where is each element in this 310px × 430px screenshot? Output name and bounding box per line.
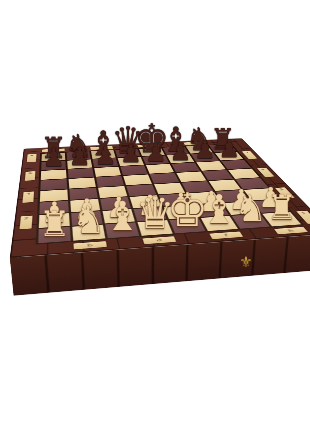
square-d4: [126, 184, 156, 196]
square-g3: [216, 190, 250, 202]
square-b3: [70, 199, 100, 212]
square-b4: [69, 188, 98, 200]
square-f4: [182, 181, 214, 192]
coord-plaque-5: [24, 181, 35, 191]
coord-plaque-4: 4: [22, 191, 34, 202]
coord-plaque-1: 1: [296, 211, 310, 224]
coord-plaque-f: f: [209, 231, 243, 239]
square-d5: [123, 174, 152, 185]
square-a1: [38, 227, 71, 243]
coord-plaque-3: [21, 203, 33, 215]
square-h2: [252, 200, 289, 213]
coord-plaque-6: [249, 159, 265, 168]
square-c2: [103, 209, 135, 223]
square-c1: [105, 222, 139, 238]
square-e2: [164, 205, 198, 219]
coord-plaque-7: [26, 162, 36, 171]
board-3d: aceg bdfh 8642 7531: [10, 138, 310, 258]
coord-plaque-b: b: [73, 241, 106, 249]
square-f1: [201, 216, 238, 231]
square-e5: [150, 173, 179, 184]
square-f2: [194, 203, 229, 217]
square-a2: [39, 213, 70, 228]
square-f5: [176, 171, 206, 181]
coord-plaque-g: [242, 229, 276, 237]
coord-plaque-c: [108, 239, 142, 247]
square-b5: [69, 178, 96, 189]
coord-plaque-5: 5: [257, 168, 274, 177]
coord-plaque-e: [176, 234, 210, 242]
coord-plaque-2: [285, 198, 306, 210]
square-b2: [71, 211, 102, 226]
coord-plaque-2: 2: [20, 216, 33, 230]
coord-plaque-3: 3: [275, 187, 295, 198]
coord-plaque-1: [18, 229, 32, 244]
board-grid: [38, 144, 301, 243]
coord-plaque-6: 6: [25, 171, 36, 181]
square-c3: [100, 197, 131, 210]
coord-plaque-a: [38, 244, 72, 252]
square-e1: [169, 218, 205, 233]
coord-plaque-8: [235, 144, 250, 151]
square-h1: [262, 212, 301, 227]
coord-plaque-h: h: [274, 227, 308, 234]
square-d3: [130, 195, 162, 208]
coord-plaque-4: [266, 177, 284, 187]
square-g2: [223, 201, 259, 214]
coord-plaque-8: 8: [27, 154, 37, 162]
square-a3: [39, 201, 68, 214]
product-photo-chess-set: aceg bdfh 8642 7531 ♜♞♝♛♚♝♞♜♟♟♟♟♟♟♟♟♟♟♟♟…: [0, 0, 310, 430]
square-e3: [159, 194, 191, 207]
square-h3: [244, 188, 279, 200]
square-h5: [228, 169, 259, 179]
square-d1: [138, 220, 173, 236]
square-b1: [72, 225, 105, 241]
square-a4: [40, 189, 68, 201]
brass-clasp-icon: ⚜: [239, 253, 252, 271]
coord-plaque-7: 7: [242, 151, 257, 159]
square-a5: [40, 179, 67, 190]
square-h4: [236, 178, 269, 189]
square-c4: [98, 186, 127, 198]
square-g1: [232, 214, 270, 229]
square-c5: [96, 176, 124, 187]
coord-plaque-d: d: [143, 236, 177, 244]
square-e4: [154, 183, 185, 195]
square-d2: [133, 207, 166, 221]
square-f3: [187, 192, 220, 204]
